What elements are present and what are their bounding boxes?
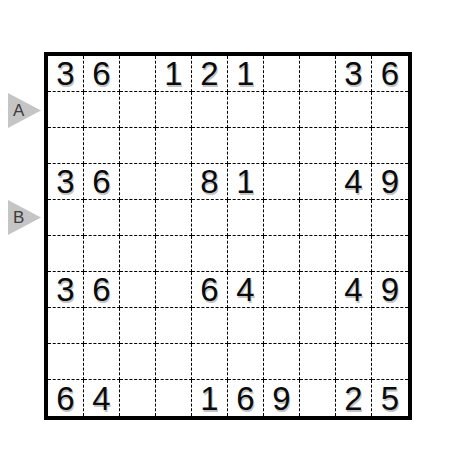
cell-r7c9[interactable]: 4 [336,272,372,308]
cell-r3c9[interactable] [336,128,372,164]
clue-number: 1 [236,165,254,198]
cell-r10c9[interactable]: 2 [336,380,372,416]
cell-r5c6[interactable] [228,200,264,236]
cell-r2c7[interactable] [264,92,300,128]
cell-r4c6[interactable]: 1 [228,164,264,200]
puzzle-grid: 36121363681493664496416925 [44,52,412,420]
cell-r9c5[interactable] [192,344,228,380]
clue-number: 5 [381,382,399,415]
cell-r2c4[interactable] [156,92,192,128]
cell-r4c2[interactable]: 6 [84,164,120,200]
cell-r10c10[interactable]: 5 [372,380,408,416]
clue-number: 6 [92,273,110,306]
cell-r2c9[interactable] [336,92,372,128]
cell-r2c2[interactable] [84,92,120,128]
cell-r7c4[interactable] [156,272,192,308]
cell-r8c7[interactable] [264,308,300,344]
cell-r3c10[interactable] [372,128,408,164]
clue-number: 4 [236,273,254,306]
cell-r9c4[interactable] [156,344,192,380]
clue-number: 6 [236,382,254,415]
clue-number: 4 [92,382,110,415]
clue-number: 2 [200,57,218,90]
cell-r8c10[interactable] [372,308,408,344]
cell-r9c2[interactable] [84,344,120,380]
cell-r6c1[interactable] [48,236,84,272]
cell-r5c7[interactable] [264,200,300,236]
row-marker-b: B [8,200,41,235]
cell-r3c3[interactable] [120,128,156,164]
cell-r6c3[interactable] [120,236,156,272]
cell-r6c5[interactable] [192,236,228,272]
cell-r4c7[interactable] [264,164,300,200]
cell-r9c7[interactable] [264,344,300,380]
cell-r4c1[interactable]: 3 [48,164,84,200]
cell-r3c6[interactable] [228,128,264,164]
cell-r6c7[interactable] [264,236,300,272]
row-marker-a: A [8,93,41,128]
cell-r6c6[interactable] [228,236,264,272]
cell-r6c2[interactable] [84,236,120,272]
cell-r4c5[interactable]: 8 [192,164,228,200]
cell-r5c5[interactable] [192,200,228,236]
cell-r2c5[interactable] [192,92,228,128]
cell-r8c1[interactable] [48,308,84,344]
row-marker-a-label: A [8,102,24,119]
cell-r5c2[interactable] [84,200,120,236]
clue-number: 6 [92,165,110,198]
cell-r4c3[interactable] [120,164,156,200]
clue-number: 8 [200,165,218,198]
cell-r4c8[interactable] [300,164,336,200]
cell-r7c8[interactable] [300,272,336,308]
cell-r3c8[interactable] [300,128,336,164]
cell-r1c6[interactable]: 1 [228,56,264,92]
cell-r1c5[interactable]: 2 [192,56,228,92]
cell-r1c9[interactable]: 3 [336,56,372,92]
cell-r4c10[interactable]: 9 [372,164,408,200]
cell-r2c3[interactable] [120,92,156,128]
clue-number: 1 [236,57,254,90]
cell-r8c6[interactable] [228,308,264,344]
cell-r6c9[interactable] [336,236,372,272]
cell-r10c5[interactable]: 1 [192,380,228,416]
cell-r2c1[interactable] [48,92,84,128]
cell-r9c10[interactable] [372,344,408,380]
cell-r1c3[interactable] [120,56,156,92]
cell-r10c4[interactable] [156,380,192,416]
cell-r6c8[interactable] [300,236,336,272]
cell-r1c7[interactable] [264,56,300,92]
cell-r2c8[interactable] [300,92,336,128]
clue-number: 9 [381,273,399,306]
clue-number: 6 [56,382,74,415]
cell-r8c3[interactable] [120,308,156,344]
cell-r10c3[interactable] [120,380,156,416]
cell-r9c3[interactable] [120,344,156,380]
clue-number: 3 [56,273,74,306]
cell-r10c7[interactable]: 9 [264,380,300,416]
cell-r10c1[interactable]: 6 [48,380,84,416]
cell-r5c3[interactable] [120,200,156,236]
clue-number: 3 [56,57,74,90]
cell-r2c10[interactable] [372,92,408,128]
cell-r1c8[interactable] [300,56,336,92]
cell-r5c8[interactable] [300,200,336,236]
cell-r6c4[interactable] [156,236,192,272]
cell-r6c10[interactable] [372,236,408,272]
clue-number: 4 [344,273,362,306]
cell-r7c10[interactable]: 9 [372,272,408,308]
cell-r4c4[interactable] [156,164,192,200]
clue-number: 4 [344,165,362,198]
cell-r7c3[interactable] [120,272,156,308]
cell-r7c1[interactable]: 3 [48,272,84,308]
cell-r3c4[interactable] [156,128,192,164]
cell-r1c4[interactable]: 1 [156,56,192,92]
cell-r5c9[interactable] [336,200,372,236]
cell-r3c1[interactable] [48,128,84,164]
cell-r1c1[interactable]: 3 [48,56,84,92]
cell-r5c10[interactable] [372,200,408,236]
cell-r8c5[interactable] [192,308,228,344]
row-marker-b-label: B [8,209,24,226]
cell-r3c7[interactable] [264,128,300,164]
cell-r1c2[interactable]: 6 [84,56,120,92]
cell-r3c5[interactable] [192,128,228,164]
cell-r9c8[interactable] [300,344,336,380]
cell-r9c1[interactable] [48,344,84,380]
cell-r7c2[interactable]: 6 [84,272,120,308]
cell-r8c4[interactable] [156,308,192,344]
clue-number: 2 [344,382,362,415]
clue-number: 6 [381,57,399,90]
clue-number: 1 [164,57,182,90]
cell-r7c7[interactable] [264,272,300,308]
cell-r8c8[interactable] [300,308,336,344]
clue-number: 9 [272,382,290,415]
clue-number: 1 [200,382,218,415]
clue-number: 9 [381,165,399,198]
puzzle-page: { "game": "fillomino", "grid": { "rows":… [0,0,454,468]
cell-r5c1[interactable] [48,200,84,236]
cell-r8c2[interactable] [84,308,120,344]
cell-r9c6[interactable] [228,344,264,380]
cell-r10c2[interactable]: 4 [84,380,120,416]
cell-r5c4[interactable] [156,200,192,236]
cell-r7c5[interactable]: 6 [192,272,228,308]
cell-r10c6[interactable]: 6 [228,380,264,416]
cell-r8c9[interactable] [336,308,372,344]
cell-r1c10[interactable]: 6 [372,56,408,92]
cell-r3c2[interactable] [84,128,120,164]
clue-number: 6 [92,57,110,90]
cell-r9c9[interactable] [336,344,372,380]
clue-number: 3 [56,165,74,198]
clue-number: 6 [200,273,218,306]
cell-r10c8[interactable] [300,380,336,416]
cell-r4c9[interactable]: 4 [336,164,372,200]
clue-number: 3 [344,57,362,90]
cell-r2c6[interactable] [228,92,264,128]
cell-r7c6[interactable]: 4 [228,272,264,308]
